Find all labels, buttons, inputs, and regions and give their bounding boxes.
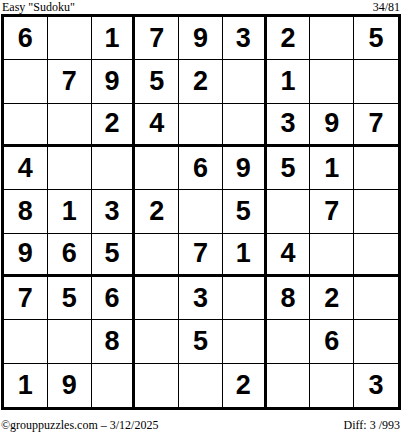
- cell-r8c7[interactable]: [267, 320, 311, 363]
- cell-r6c7[interactable]: 4: [267, 234, 311, 277]
- cell-r2c3[interactable]: 9: [92, 60, 136, 103]
- cell-r9c7[interactable]: [267, 364, 311, 407]
- cell-r9c1[interactable]: 1: [4, 364, 48, 407]
- cell-r7c9[interactable]: [354, 277, 398, 320]
- cell-r7c8[interactable]: 2: [310, 277, 354, 320]
- cell-r5c1[interactable]: 8: [4, 190, 48, 233]
- cell-r6c4[interactable]: [135, 234, 179, 277]
- cell-r4c2[interactable]: [48, 147, 92, 190]
- cell-r7c6[interactable]: [223, 277, 267, 320]
- cell-r9c9[interactable]: 3: [354, 364, 398, 407]
- cell-r3c1[interactable]: [4, 104, 48, 147]
- cell-r4c7[interactable]: 5: [267, 147, 311, 190]
- puzzle-title: Easy "Sudoku": [2, 1, 75, 13]
- cell-r8c8[interactable]: 6: [310, 320, 354, 363]
- sudoku-page: Easy "Sudoku" 34/81 61793257952124397469…: [0, 0, 402, 437]
- cell-r1c8[interactable]: [310, 17, 354, 60]
- cell-r2c5[interactable]: 2: [179, 60, 223, 103]
- cell-r3c4[interactable]: 4: [135, 104, 179, 147]
- cell-r8c1[interactable]: [4, 320, 48, 363]
- cell-r2c4[interactable]: 5: [135, 60, 179, 103]
- cell-r2c2[interactable]: 7: [48, 60, 92, 103]
- cell-r7c4[interactable]: [135, 277, 179, 320]
- cell-r5c6[interactable]: 5: [223, 190, 267, 233]
- cell-r3c2[interactable]: [48, 104, 92, 147]
- cell-r5c5[interactable]: [179, 190, 223, 233]
- cell-r3c5[interactable]: [179, 104, 223, 147]
- cell-r4c6[interactable]: 9: [223, 147, 267, 190]
- cell-r8c9[interactable]: [354, 320, 398, 363]
- cell-r8c6[interactable]: [223, 320, 267, 363]
- cell-r5c9[interactable]: [354, 190, 398, 233]
- cell-r6c3[interactable]: 5: [92, 234, 136, 277]
- difficulty-text: Diff: 3 /993: [344, 419, 400, 432]
- cell-r7c2[interactable]: 5: [48, 277, 92, 320]
- cell-r5c7[interactable]: [267, 190, 311, 233]
- cell-r7c1[interactable]: 7: [4, 277, 48, 320]
- cell-r1c9[interactable]: 5: [354, 17, 398, 60]
- cell-r4c8[interactable]: 1: [310, 147, 354, 190]
- cell-r4c9[interactable]: [354, 147, 398, 190]
- cell-r3c9[interactable]: 7: [354, 104, 398, 147]
- cell-r2c8[interactable]: [310, 60, 354, 103]
- cell-r6c1[interactable]: 9: [4, 234, 48, 277]
- cell-r6c8[interactable]: [310, 234, 354, 277]
- cell-r4c1[interactable]: 4: [4, 147, 48, 190]
- cell-r3c6[interactable]: [223, 104, 267, 147]
- cell-r6c9[interactable]: [354, 234, 398, 277]
- cell-r9c2[interactable]: 9: [48, 364, 92, 407]
- cell-r2c9[interactable]: [354, 60, 398, 103]
- cell-r4c3[interactable]: [92, 147, 136, 190]
- cell-r9c5[interactable]: [179, 364, 223, 407]
- cell-r5c3[interactable]: 3: [92, 190, 136, 233]
- cell-r1c1[interactable]: 6: [4, 17, 48, 60]
- cell-r9c6[interactable]: 2: [223, 364, 267, 407]
- cell-r9c3[interactable]: [92, 364, 136, 407]
- cell-r8c4[interactable]: [135, 320, 179, 363]
- cell-r8c2[interactable]: [48, 320, 92, 363]
- copyright-text: ©grouppuzzles.com – 3/12/2025: [1, 419, 158, 432]
- cell-r1c7[interactable]: 2: [267, 17, 311, 60]
- cell-r3c7[interactable]: 3: [267, 104, 311, 147]
- cell-r3c8[interactable]: 9: [310, 104, 354, 147]
- cell-r9c4[interactable]: [135, 364, 179, 407]
- cell-r4c4[interactable]: [135, 147, 179, 190]
- cell-r2c7[interactable]: 1: [267, 60, 311, 103]
- cell-r1c5[interactable]: 9: [179, 17, 223, 60]
- footer: ©grouppuzzles.com – 3/12/2025 Diff: 3 /9…: [0, 419, 402, 432]
- cell-r6c5[interactable]: 7: [179, 234, 223, 277]
- cell-r8c5[interactable]: 5: [179, 320, 223, 363]
- cell-r2c6[interactable]: [223, 60, 267, 103]
- cell-r5c2[interactable]: 1: [48, 190, 92, 233]
- cell-r1c2[interactable]: [48, 17, 92, 60]
- cell-r7c3[interactable]: 6: [92, 277, 136, 320]
- cell-r6c2[interactable]: 6: [48, 234, 92, 277]
- cell-r1c4[interactable]: 7: [135, 17, 179, 60]
- cell-r5c4[interactable]: 2: [135, 190, 179, 233]
- cell-r2c1[interactable]: [4, 60, 48, 103]
- cell-r6c6[interactable]: 1: [223, 234, 267, 277]
- cell-r8c3[interactable]: 8: [92, 320, 136, 363]
- cell-r7c7[interactable]: 8: [267, 277, 311, 320]
- cell-r9c8[interactable]: [310, 364, 354, 407]
- cell-r3c3[interactable]: 2: [92, 104, 136, 147]
- cell-r5c8[interactable]: 7: [310, 190, 354, 233]
- puzzle-counter: 34/81: [373, 1, 400, 13]
- header: Easy "Sudoku" 34/81: [0, 0, 402, 14]
- cell-r4c5[interactable]: 6: [179, 147, 223, 190]
- cell-r1c6[interactable]: 3: [223, 17, 267, 60]
- cell-r7c5[interactable]: 3: [179, 277, 223, 320]
- cell-r1c3[interactable]: 1: [92, 17, 136, 60]
- sudoku-board: 6179325795212439746951813257965714756382…: [1, 14, 401, 410]
